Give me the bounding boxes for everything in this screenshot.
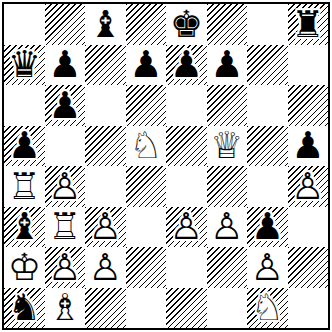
- square-a2[interactable]: ♚♔: [4, 247, 45, 288]
- piece-glyph: ♙: [85, 247, 126, 288]
- piece-glyph: ♟: [126, 45, 167, 86]
- white-knight: ♞♘: [247, 288, 288, 329]
- square-a5[interactable]: ♟: [4, 126, 45, 167]
- square-h4[interactable]: ♟♙: [288, 166, 329, 207]
- piece-glyph: ♙: [207, 207, 248, 248]
- square-g2[interactable]: ♟♙: [247, 247, 288, 288]
- black-queen: ♛: [4, 45, 45, 86]
- chess-board: ♝♚♜♛♟♟♟♟♟♟♞♘♛♕♟♜♖♟♙♟♙♝♜♖♟♙♟♙♟♙♟♚♔♟♙♟♙♟♙♞…: [2, 2, 330, 330]
- white-rook: ♜♖: [45, 207, 86, 248]
- black-pawn: ♟: [45, 85, 86, 126]
- piece-glyph: ♞: [4, 288, 45, 329]
- black-rook: ♜: [288, 4, 329, 45]
- square-h8[interactable]: ♜: [288, 4, 329, 45]
- square-d2[interactable]: [126, 247, 167, 288]
- square-e1[interactable]: [166, 288, 207, 329]
- square-g5[interactable]: [247, 126, 288, 167]
- square-f6[interactable]: [207, 85, 248, 126]
- square-c7[interactable]: [85, 45, 126, 86]
- square-c8[interactable]: ♝: [85, 4, 126, 45]
- square-a8[interactable]: [4, 4, 45, 45]
- square-b4[interactable]: ♟♙: [45, 166, 86, 207]
- square-c2[interactable]: ♟♙: [85, 247, 126, 288]
- square-f7[interactable]: ♟: [207, 45, 248, 86]
- square-d8[interactable]: [126, 4, 167, 45]
- square-e6[interactable]: [166, 85, 207, 126]
- square-f1[interactable]: [207, 288, 248, 329]
- square-e2[interactable]: [166, 247, 207, 288]
- square-h1[interactable]: [288, 288, 329, 329]
- square-c5[interactable]: [85, 126, 126, 167]
- square-h7[interactable]: [288, 45, 329, 86]
- white-pawn: ♟♙: [166, 207, 207, 248]
- square-e4[interactable]: [166, 166, 207, 207]
- black-pawn: ♟: [288, 126, 329, 167]
- piece-glyph: ♟: [247, 207, 288, 248]
- white-pawn: ♟♙: [45, 247, 86, 288]
- piece-glyph: ♛: [4, 45, 45, 86]
- piece-glyph: ♙: [45, 247, 86, 288]
- piece-glyph: ♟: [207, 45, 248, 86]
- square-a1[interactable]: ♞: [4, 288, 45, 329]
- piece-glyph: ♙: [247, 247, 288, 288]
- square-d5[interactable]: ♞♘: [126, 126, 167, 167]
- square-h3[interactable]: [288, 207, 329, 248]
- square-a6[interactable]: [4, 85, 45, 126]
- piece-glyph: ♙: [288, 166, 329, 207]
- square-c3[interactable]: ♟♙: [85, 207, 126, 248]
- piece-glyph: ♜: [288, 4, 329, 45]
- chess-diagram: ♝♚♜♛♟♟♟♟♟♟♞♘♛♕♟♜♖♟♙♟♙♝♜♖♟♙♟♙♟♙♟♚♔♟♙♟♙♟♙♞…: [0, 0, 332, 332]
- white-pawn: ♟♙: [247, 247, 288, 288]
- square-b6[interactable]: ♟: [45, 85, 86, 126]
- square-c4[interactable]: [85, 166, 126, 207]
- black-pawn: ♟: [4, 126, 45, 167]
- piece-glyph: ♟: [4, 126, 45, 167]
- square-g8[interactable]: [247, 4, 288, 45]
- piece-glyph: ♖: [4, 166, 45, 207]
- square-e3[interactable]: ♟♙: [166, 207, 207, 248]
- black-pawn: ♟: [247, 207, 288, 248]
- black-bishop: ♝: [85, 4, 126, 45]
- piece-glyph: ♘: [247, 288, 288, 329]
- piece-glyph: ♙: [166, 207, 207, 248]
- piece-glyph: ♟: [45, 45, 86, 86]
- piece-glyph: ♗: [45, 288, 86, 329]
- square-f5[interactable]: ♛♕: [207, 126, 248, 167]
- square-e7[interactable]: ♟: [166, 45, 207, 86]
- square-d1[interactable]: [126, 288, 167, 329]
- black-pawn: ♟: [166, 45, 207, 86]
- piece-glyph: ♔: [4, 247, 45, 288]
- white-queen: ♛♕: [207, 126, 248, 167]
- black-bishop: ♝: [4, 207, 45, 248]
- piece-glyph: ♖: [45, 207, 86, 248]
- square-d4[interactable]: [126, 166, 167, 207]
- square-h6[interactable]: [288, 85, 329, 126]
- piece-glyph: ♟: [45, 85, 86, 126]
- square-a3[interactable]: ♝: [4, 207, 45, 248]
- piece-glyph: ♙: [85, 207, 126, 248]
- piece-glyph: ♘: [126, 126, 167, 167]
- piece-glyph: ♝: [4, 207, 45, 248]
- piece-glyph: ♟: [288, 126, 329, 167]
- square-b3[interactable]: ♜♖: [45, 207, 86, 248]
- square-f4[interactable]: [207, 166, 248, 207]
- piece-glyph: ♟: [166, 45, 207, 86]
- black-king: ♚: [166, 4, 207, 45]
- square-d6[interactable]: [126, 85, 167, 126]
- square-g6[interactable]: [247, 85, 288, 126]
- white-king: ♚♔: [4, 247, 45, 288]
- white-knight: ♞♘: [126, 126, 167, 167]
- square-d3[interactable]: [126, 207, 167, 248]
- white-pawn: ♟♙: [207, 207, 248, 248]
- square-f8[interactable]: [207, 4, 248, 45]
- square-b2[interactable]: ♟♙: [45, 247, 86, 288]
- square-b1[interactable]: ♝♗: [45, 288, 86, 329]
- square-a4[interactable]: ♜♖: [4, 166, 45, 207]
- square-g1[interactable]: ♞♘: [247, 288, 288, 329]
- piece-glyph: ♕: [207, 126, 248, 167]
- black-pawn: ♟: [207, 45, 248, 86]
- piece-glyph: ♚: [166, 4, 207, 45]
- piece-glyph: ♝: [85, 4, 126, 45]
- white-pawn: ♟♙: [288, 166, 329, 207]
- square-f3[interactable]: ♟♙: [207, 207, 248, 248]
- square-e8[interactable]: ♚: [166, 4, 207, 45]
- white-pawn: ♟♙: [45, 166, 86, 207]
- square-b8[interactable]: [45, 4, 86, 45]
- square-c1[interactable]: [85, 288, 126, 329]
- square-c6[interactable]: [85, 85, 126, 126]
- square-b5[interactable]: [45, 126, 86, 167]
- black-pawn: ♟: [126, 45, 167, 86]
- square-a7[interactable]: ♛: [4, 45, 45, 86]
- square-b7[interactable]: ♟: [45, 45, 86, 86]
- square-g3[interactable]: ♟: [247, 207, 288, 248]
- white-rook: ♜♖: [4, 166, 45, 207]
- black-knight: ♞: [4, 288, 45, 329]
- black-pawn: ♟: [45, 45, 86, 86]
- square-d7[interactable]: ♟: [126, 45, 167, 86]
- square-f2[interactable]: [207, 247, 248, 288]
- square-g4[interactable]: [247, 166, 288, 207]
- white-bishop: ♝♗: [45, 288, 86, 329]
- square-h5[interactable]: ♟: [288, 126, 329, 167]
- piece-glyph: ♙: [45, 166, 86, 207]
- white-pawn: ♟♙: [85, 247, 126, 288]
- square-g7[interactable]: [247, 45, 288, 86]
- white-pawn: ♟♙: [85, 207, 126, 248]
- square-h2[interactable]: [288, 247, 329, 288]
- square-e5[interactable]: [166, 126, 207, 167]
